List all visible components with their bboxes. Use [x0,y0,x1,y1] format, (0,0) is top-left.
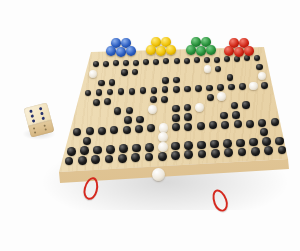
black-path-peg [261,82,268,89]
yellow-player-peg[interactable] [166,45,176,55]
black-path-peg [172,105,179,112]
black-path-peg [123,126,131,134]
black-path-peg [131,153,140,162]
black-path-peg [173,86,180,93]
black-path-peg [67,147,76,156]
black-path-peg [223,139,232,148]
black-path-peg [249,138,258,147]
black-path-peg [197,122,205,130]
black-path-peg [171,151,180,160]
black-path-peg [173,77,180,84]
black-path-peg [184,86,191,93]
black-path-peg [145,143,154,152]
yellow-player-peg[interactable] [146,45,156,55]
black-path-peg [109,79,116,86]
black-path-peg [151,87,158,94]
black-path-peg [121,69,127,75]
black-path-peg [221,121,229,129]
black-path-peg [132,144,141,153]
black-path-peg [124,116,132,124]
black-path-peg [217,84,224,91]
red-player-peg[interactable] [244,46,254,56]
black-path-peg [172,114,180,122]
die-pip [33,127,36,130]
black-path-peg [103,61,109,67]
white-barricade-ball[interactable] [158,142,168,152]
white-barricade-ball[interactable] [89,70,97,78]
black-path-peg [251,147,260,156]
black-path-peg [215,66,221,72]
black-path-peg [246,120,254,128]
black-path-peg [195,85,202,92]
black-path-peg [234,120,242,128]
black-path-peg [80,146,89,155]
die-pip [29,109,33,113]
black-path-peg [262,137,271,146]
black-path-peg [133,60,139,66]
black-path-peg [214,57,220,63]
black-path-peg [232,111,240,119]
product-photo-scene [0,0,300,251]
blue-player-peg[interactable] [106,46,116,56]
black-path-peg [254,55,260,61]
white-barricade-ball[interactable] [159,123,169,133]
white-barricade-ball[interactable] [158,132,168,142]
die-pip [43,124,46,127]
black-path-peg [228,84,235,91]
black-path-peg [211,149,220,158]
black-path-peg [210,140,219,149]
goal-ball[interactable] [152,168,165,181]
die-pip [39,106,43,110]
black-path-peg [114,107,121,114]
yellow-player-peg[interactable] [156,46,166,56]
green-player-peg[interactable] [206,45,216,55]
black-path-peg [78,156,87,165]
black-path-peg [239,83,246,90]
black-path-peg [172,123,180,131]
green-player-peg[interactable] [196,46,206,56]
black-path-peg [106,145,115,154]
die-pip [44,128,47,131]
black-path-peg [158,152,167,161]
black-path-peg [98,127,106,135]
black-path-peg [135,125,143,133]
black-path-peg [73,128,81,136]
black-path-peg [119,144,128,153]
black-path-peg [126,107,133,114]
die-pip [40,111,44,115]
black-path-peg [206,85,213,92]
black-path-peg [184,123,192,131]
white-barricade-ball[interactable] [249,82,257,90]
die-pip [41,116,45,120]
black-path-peg [242,101,249,108]
black-path-peg [256,64,262,70]
die-pip [34,131,37,134]
black-path-peg [184,113,192,121]
black-path-peg [271,118,279,126]
black-path-peg [236,139,245,148]
black-path-peg [161,96,168,103]
black-path-peg [93,99,100,106]
black-path-peg [197,141,206,150]
white-barricade-ball[interactable] [195,103,204,112]
black-path-peg [93,146,102,155]
white-barricade-ball[interactable] [148,105,157,114]
black-path-peg [96,89,103,96]
blue-player-peg[interactable] [116,47,126,57]
black-path-peg [129,88,136,95]
black-path-peg [174,58,180,64]
black-path-peg [204,57,210,63]
black-path-peg [224,56,230,62]
black-path-peg [171,142,180,151]
black-path-peg [220,112,228,120]
green-player-peg[interactable] [186,45,196,55]
black-path-peg [184,58,190,64]
red-player-peg[interactable] [224,46,234,56]
black-path-peg [194,57,200,63]
black-path-peg [98,80,105,87]
blue-player-peg[interactable] [126,46,136,56]
die-pip [30,114,34,118]
black-path-peg [207,94,214,101]
white-barricade-ball[interactable] [217,92,226,101]
black-path-peg [184,141,193,150]
black-path-peg [275,137,284,146]
red-player-peg[interactable] [234,47,244,57]
black-path-peg [162,77,169,84]
black-path-peg [227,74,234,81]
black-path-peg [136,116,144,124]
black-path-peg [93,61,99,67]
black-path-peg [91,155,100,164]
black-path-peg [86,127,94,135]
black-path-peg [118,154,127,163]
die-pip [32,119,36,123]
